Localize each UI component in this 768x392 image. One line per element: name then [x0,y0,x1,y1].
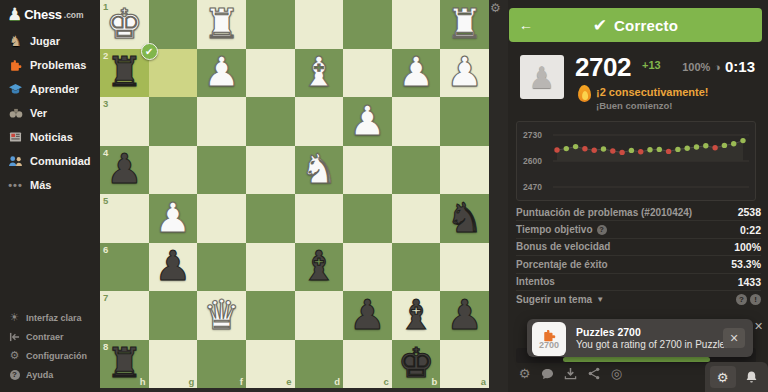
square-c7[interactable]: ♟ [343,291,392,340]
square-d6[interactable]: ♝ [295,243,344,292]
square-d5[interactable] [295,194,344,243]
square-e4[interactable] [246,146,295,195]
stat-row: Intentos1433 [516,274,761,291]
square-c4[interactable] [343,146,392,195]
sidebar-item-label: Comunidad [30,155,91,167]
rank-label: 6 [103,244,108,255]
sidebar-item-label: Noticias [30,131,73,143]
file-label: e [286,376,291,387]
binoculars-icon [8,106,23,121]
rank-label: 5 [103,195,108,206]
puzzle-badge-icon: 2700 [532,322,566,356]
sidebar: ♟ Chess .com ♞JugarProblemasAprenderVerN… [0,0,100,392]
toast-badge-number: 2700 [539,340,559,350]
white-pawn-a2[interactable]: ♟ [440,49,489,98]
bell-icon[interactable] [740,366,764,388]
progress-bar [563,357,710,362]
sidebar-item-comunidad[interactable]: Comunidad [0,149,100,173]
rank-label: 7 [103,292,108,303]
panel-close-icon[interactable]: ✕ [754,320,763,333]
chesscom-logo[interactable]: ♟ Chess .com [0,0,100,29]
square-e6[interactable] [246,243,295,292]
square-f8[interactable]: f [197,340,246,389]
sidebar-item-ver[interactable]: Ver [0,101,100,125]
square-g5[interactable]: ♟ [149,194,198,243]
help-icon[interactable]: ? [597,225,607,235]
streak-flame-icon [578,85,592,102]
sidebar-item-label: Más [30,179,51,191]
white-rook-f1[interactable]: ♜ [197,0,246,49]
square-b2[interactable]: ♟ [392,49,441,98]
square-h8[interactable]: 8h♜ [100,340,149,389]
square-e7[interactable] [246,291,295,340]
square-d1[interactable] [295,0,344,49]
black-bishop-d6[interactable]: ♝ [295,243,344,292]
suggest-theme-row[interactable]: Sugerir un tema ▼?! [516,291,761,308]
file-label: a [481,376,486,387]
puzzle-panel: ← ✔ Correcto ♟ 2702 +13 100% ◑ 0:13 ¡2 c… [508,0,768,392]
avatar[interactable]: ♟ [520,55,564,99]
people-icon [8,154,23,169]
white-queen-f7[interactable]: ♛ [197,291,246,340]
square-b1[interactable] [392,0,441,49]
square-a8[interactable]: a [440,340,489,389]
streak-text: ¡2 consecutivamente! [596,86,708,98]
square-e3[interactable] [246,97,295,146]
white-pawn-b2[interactable]: ♟ [392,49,441,98]
logo-tld-text: .com [64,10,84,20]
square-h7[interactable]: 7 [100,291,149,340]
stat-row: Puntuación de problemas (#2010424)2538 [516,204,761,221]
settings-gear-icon[interactable]: ⚙ [517,366,532,381]
checkmark-icon: ✔ [593,15,607,36]
correct-move-check-icon: ✔ [141,43,158,60]
svg-text:2730: 2730 [523,130,542,140]
square-c2[interactable] [343,49,392,98]
notification-dock: ⚙ [705,362,768,392]
rating-delta: +13 [642,59,661,71]
square-b5[interactable] [392,194,441,243]
puzzle-rating: 2702 [575,52,631,83]
collapse-icon [9,331,20,342]
back-arrow-icon[interactable]: ← [519,17,533,33]
square-f4[interactable] [197,146,246,195]
question-circle-icon[interactable]: ? [736,294,747,305]
rank-label: 3 [103,98,108,109]
square-h3[interactable]: 3 [100,97,149,146]
streak-subtext: ¡Buen comienzo! [596,100,673,111]
black-knight-a5[interactable]: ♞ [440,194,489,243]
square-f1[interactable]: ♜ [197,0,246,49]
chess-board[interactable]: 1♚♜♜2♜✔♟♝♟♟3♟4♟♞5♟♞6♟♝7♛♟♝♟8h♜gfedcb♚a [100,0,489,388]
square-a4[interactable] [440,146,489,195]
file-label: f [240,376,243,387]
sidebar-item-label: Problemas [30,59,86,71]
square-h4[interactable]: 4♟ [100,146,149,195]
square-a3[interactable] [440,97,489,146]
chesscom-puzzle-page: ♟ Chess .com ♞JugarProblemasAprenderVerN… [0,0,768,392]
square-g7[interactable] [149,291,198,340]
target-icon[interactable]: ◎ [609,366,624,381]
sidebar-item-problemas[interactable]: Problemas [0,53,100,77]
black-pawn-h4[interactable]: ♟ [100,146,149,195]
avatar-pawn-icon: ♟ [529,60,556,95]
square-b6[interactable] [392,243,441,292]
square-h5[interactable]: 5 [100,194,149,243]
sidebar-footer-configuracin[interactable]: ⚙Configuración [0,346,100,365]
white-pawn-c3[interactable]: ♟ [343,97,392,146]
toast-close-button[interactable]: ✕ [723,328,745,348]
white-king-h1[interactable]: ♚ [100,0,149,49]
square-c3[interactable]: ♟ [343,97,392,146]
square-g1[interactable] [149,0,198,49]
solve-timer: 0:13 [725,58,755,75]
stat-row: Bonus de velocidad100% [516,239,761,256]
stats-list: Puntuación de problemas (#2010424)2538Ti… [516,204,761,308]
share-icon[interactable] [586,366,601,381]
sidebar-item-aprender[interactable]: Aprender [0,77,100,101]
sidebar-item-ms[interactable]: •••Más [0,173,100,197]
square-h1[interactable]: 1♚ [100,0,149,49]
square-h6[interactable]: 6 [100,243,149,292]
dock-gear-icon[interactable]: ⚙ [710,366,736,388]
gear-icon: ⚙ [9,350,20,361]
comment-bubble-icon[interactable] [540,366,555,381]
svg-text:2600: 2600 [523,156,542,166]
stat-row: Porcentaje de éxito53.3% [516,256,761,273]
square-a5[interactable]: ♞ [440,194,489,243]
square-e2[interactable] [246,49,295,98]
bottom-toolbar: ⚙ ◎ [517,366,624,381]
square-d8[interactable]: d [295,340,344,389]
square-a7[interactable]: ♟ [440,291,489,340]
square-f3[interactable] [197,97,246,146]
puzzle-icon [8,58,23,73]
achievement-toast: 2700 Puzzles 2700 You got a rating of 27… [527,319,753,357]
square-g6[interactable]: ♟ [149,243,198,292]
graduation-cap-icon [8,82,23,97]
square-f2[interactable]: ♟ [197,49,246,98]
sun-icon: ☀ [9,312,20,323]
board-settings-gear-icon[interactable]: ⚙ [490,1,501,15]
square-d4[interactable]: ♞ [295,146,344,195]
svg-text:2470: 2470 [523,182,542,192]
banner-title: Correcto [614,17,678,34]
white-bishop-d2[interactable]: ♝ [295,49,344,98]
square-c5[interactable] [343,194,392,243]
black-pawn-a7[interactable]: ♟ [440,291,489,340]
square-g8[interactable]: g [149,340,198,389]
stat-row: Tiempo objetivo ?0:22 [516,221,761,238]
square-a1[interactable]: ♜ [440,0,489,49]
toast-title: Puzzles 2700 [576,326,641,338]
square-f7[interactable]: ♛ [197,291,246,340]
square-d3[interactable] [295,97,344,146]
white-rook-a1[interactable]: ♜ [440,0,489,49]
chevron-down-icon: ▼ [596,295,604,304]
knight-icon: ♞ [8,34,23,49]
black-king-b8[interactable]: ♚ [392,340,441,389]
rating-chart: 273026002470 [516,121,756,201]
help-icon: ? [9,369,20,380]
timer-half-circle-icon: ◑ [714,61,721,73]
square-f6[interactable] [197,243,246,292]
logo-brand-text: Chess [24,7,62,22]
square-g3[interactable] [149,97,198,146]
file-label: d [334,376,340,387]
black-pawn-c7[interactable]: ♟ [343,291,392,340]
black-bishop-b7[interactable]: ♝ [392,291,441,340]
square-b3[interactable] [392,97,441,146]
ellipsis-icon: ••• [8,178,23,193]
newspaper-icon [8,130,23,145]
sidebar-item-jugar[interactable]: ♞Jugar [0,29,100,53]
sidebar-item-label: Aprender [30,83,79,95]
white-pawn-f2[interactable]: ♟ [197,49,246,98]
square-a6[interactable] [440,243,489,292]
white-pawn-g5[interactable]: ♟ [149,194,198,243]
square-b4[interactable] [392,146,441,195]
sidebar-item-noticias[interactable]: Noticias [0,125,100,149]
square-b7[interactable]: ♝ [392,291,441,340]
square-e1[interactable] [246,0,295,49]
square-d2[interactable]: ♝ [295,49,344,98]
square-e8[interactable]: e [246,340,295,389]
square-c1[interactable] [343,0,392,49]
square-d7[interactable] [295,291,344,340]
toast-body: You got a rating of 2700 in Puzzles! [576,339,733,350]
square-c8[interactable]: c [343,340,392,389]
accuracy-percent: 100% [682,61,710,73]
square-e5[interactable] [246,194,295,243]
pawn-logo-icon: ♟ [7,6,22,23]
file-label: c [383,376,388,387]
square-a2[interactable]: ♟ [440,49,489,98]
file-label: g [188,376,194,387]
sidebar-footer-contraer[interactable]: Contraer [0,327,100,346]
square-b8[interactable]: b♚ [392,340,441,389]
sidebar-item-label: Ver [30,107,47,119]
exclamation-circle-icon[interactable]: ! [750,294,761,305]
correct-banner: ← ✔ Correcto [509,8,762,42]
white-knight-d4[interactable]: ♞ [295,146,344,195]
sidebar-item-label: Jugar [30,35,60,47]
black-rook-h8[interactable]: ♜ [100,340,149,389]
square-h2[interactable]: 2♜✔ [100,49,149,98]
download-icon[interactable] [563,366,578,381]
sidebar-footer-ayuda[interactable]: ?Ayuda [0,365,100,384]
square-g4[interactable] [149,146,198,195]
square-f5[interactable] [197,194,246,243]
square-c6[interactable] [343,243,392,292]
sidebar-footer-interfazclara[interactable]: ☀Interfaz clara [0,308,100,327]
black-pawn-g6[interactable]: ♟ [149,243,198,292]
